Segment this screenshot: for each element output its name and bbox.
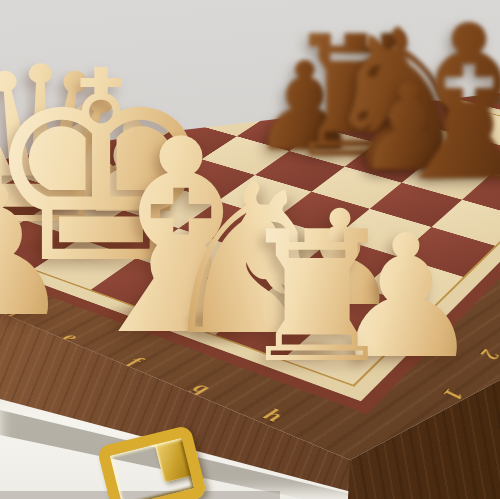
black-bishop: ♝	[373, 0, 500, 211]
white-rook: ♜	[236, 207, 398, 388]
latch-ring	[96, 424, 207, 499]
product-photo-chess-set: abcdefgh 12345678 ♟♛♟♚♟♝♞♟♜♟♟♜♞♟♝	[0, 0, 500, 499]
brass-latch-icon	[100, 425, 210, 499]
